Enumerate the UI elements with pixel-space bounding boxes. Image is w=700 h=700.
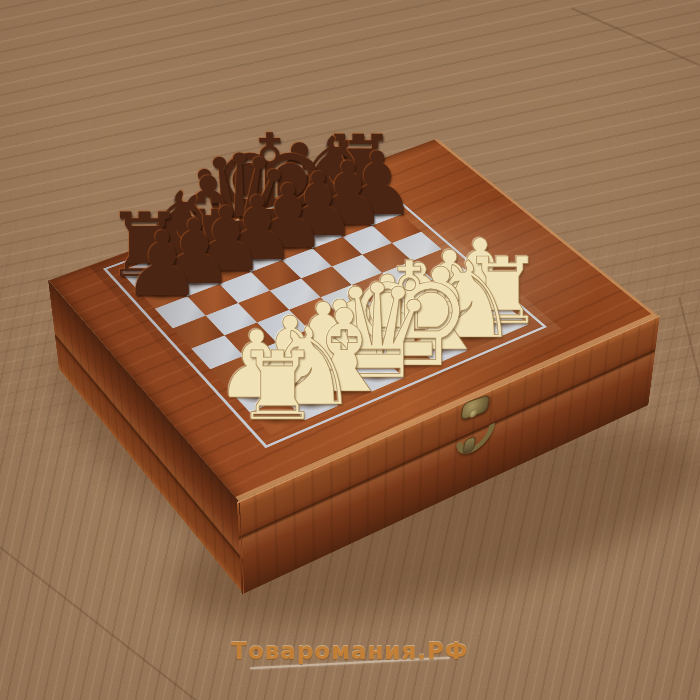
square-e2[interactable] [361,324,414,357]
square-c1[interactable] [317,370,371,405]
watermark: Товаромания.РФ [0,638,700,664]
square-g2[interactable] [424,298,476,330]
square-e3[interactable] [341,304,393,336]
square-a4[interactable] [191,335,243,369]
square-a3[interactable] [210,356,263,391]
square-d2[interactable] [329,336,382,370]
square-b3[interactable] [244,342,297,376]
square-f2[interactable] [393,311,445,344]
square-a1[interactable] [250,398,305,435]
square-b5[interactable] [206,303,257,335]
square-b4[interactable] [224,322,276,355]
square-a2[interactable] [230,377,284,413]
square-g1[interactable] [445,318,498,351]
square-a5[interactable] [173,316,225,349]
square-a6[interactable] [155,296,206,328]
product-photo-scene: ♜♞♝♛♚♝♞♜♟♟♟♟♟♟♟♟♟♟♟♟♟♟♟♟♜♞♝♛♚♝♞♜ Товаром… [0,0,700,700]
square-b1[interactable] [284,384,339,420]
square-f1[interactable] [414,330,467,364]
clasp-hook [449,408,503,459]
square-c3[interactable] [277,329,330,363]
square-d1[interactable] [350,357,404,392]
square-c4[interactable] [257,310,309,343]
square-e1[interactable] [382,344,436,378]
square-b2[interactable] [263,363,317,398]
square-c2[interactable] [297,350,350,384]
square-d4[interactable] [289,297,341,329]
square-d3[interactable] [309,317,361,350]
square-h1[interactable] [476,305,529,338]
